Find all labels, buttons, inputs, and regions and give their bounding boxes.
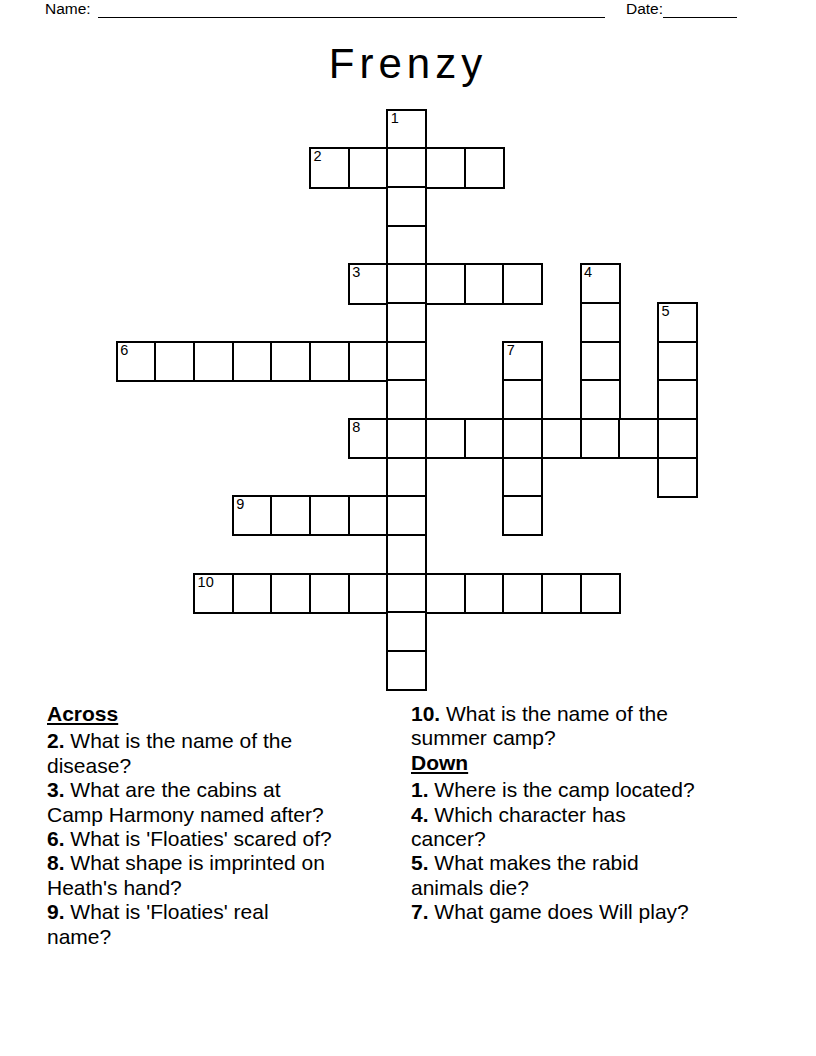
cell-r10c4[interactable] [270, 495, 311, 536]
cell-r1c8[interactable] [425, 147, 466, 188]
cell-r7c12[interactable] [580, 379, 621, 420]
across-clues-overflow: 10. What is the name of thesummer camp? [411, 702, 783, 751]
cell-r1c7[interactable] [386, 147, 427, 188]
cell-r12c5[interactable] [309, 573, 350, 614]
cell-r12c6[interactable] [348, 573, 389, 614]
clue-number-8: 8 [352, 420, 360, 435]
clue-across-10: 10. What is the name of thesummer camp? [411, 702, 783, 751]
cell-r4c12[interactable]: 4 [580, 263, 621, 304]
cell-r4c6[interactable]: 3 [348, 263, 389, 304]
cell-r12c10[interactable] [502, 573, 543, 614]
cell-r4c9[interactable] [464, 263, 505, 304]
name-fill-line[interactable] [98, 1, 605, 18]
cell-r4c10[interactable] [502, 263, 543, 304]
cell-r13c7[interactable] [386, 611, 427, 652]
cell-r10c6[interactable] [348, 495, 389, 536]
cell-r8c10[interactable] [502, 418, 543, 459]
cell-r10c7[interactable] [386, 495, 427, 536]
cell-r12c3[interactable] [232, 573, 273, 614]
cell-r1c6[interactable] [348, 147, 389, 188]
cell-r6c7[interactable] [386, 341, 427, 382]
clue-down-7: 7. What game does Will play? [411, 900, 783, 924]
cell-r7c7[interactable] [386, 379, 427, 420]
cell-r6c0[interactable]: 6 [116, 341, 157, 382]
cell-r2c7[interactable] [386, 186, 427, 227]
cell-r10c5[interactable] [309, 495, 350, 536]
cell-r8c13[interactable] [618, 418, 659, 459]
across-clues: 2. What is the name of thedisease?3. Wha… [47, 729, 405, 949]
clue-down-4: 4. Which character hascancer? [411, 803, 783, 852]
cell-r4c7[interactable] [386, 263, 427, 304]
clue-number-6: 6 [120, 343, 128, 358]
clue-across-3: 3. What are the cabins atCamp Harmony na… [47, 778, 405, 827]
clues-column-right: 10. What is the name of thesummer camp? … [411, 702, 783, 925]
cell-r7c14[interactable] [657, 379, 698, 420]
clue-number-10: 10 [198, 575, 214, 590]
cell-r8c11[interactable] [541, 418, 582, 459]
clue-number-9: 9 [236, 497, 244, 512]
cell-r6c12[interactable] [580, 341, 621, 382]
cell-r8c8[interactable] [425, 418, 466, 459]
clue-number-1: 1 [391, 111, 399, 126]
cell-r10c10[interactable] [502, 495, 543, 536]
cell-r6c10[interactable]: 7 [502, 341, 543, 382]
cell-r12c12[interactable] [580, 573, 621, 614]
cell-r9c7[interactable] [386, 457, 427, 498]
cell-r12c8[interactable] [425, 573, 466, 614]
cell-r12c7[interactable] [386, 573, 427, 614]
cell-r12c2[interactable]: 10 [193, 573, 234, 614]
cell-r9c10[interactable] [502, 457, 543, 498]
cell-r6c14[interactable] [657, 341, 698, 382]
cell-r6c6[interactable] [348, 341, 389, 382]
clues-column-left: Across 2. What is the name of thedisease… [47, 702, 405, 949]
cell-r10c3[interactable]: 9 [232, 495, 273, 536]
clue-number-7: 7 [507, 343, 515, 358]
cell-r6c1[interactable] [154, 341, 195, 382]
cell-r6c5[interactable] [309, 341, 350, 382]
cell-r5c12[interactable] [580, 302, 621, 343]
cell-r8c6[interactable]: 8 [348, 418, 389, 459]
down-heading: Down [411, 751, 783, 775]
clue-number-2: 2 [314, 149, 322, 164]
across-heading: Across [47, 702, 405, 726]
cell-r7c10[interactable] [502, 379, 543, 420]
cell-r14c7[interactable] [386, 650, 427, 691]
cell-r8c7[interactable] [386, 418, 427, 459]
cell-r4c8[interactable] [425, 263, 466, 304]
date-fill-line[interactable] [663, 1, 737, 18]
cell-r6c2[interactable] [193, 341, 234, 382]
clue-number-3: 3 [352, 265, 360, 280]
cell-r5c7[interactable] [386, 302, 427, 343]
cell-r9c14[interactable] [657, 457, 698, 498]
clue-across-9: 9. What is 'Floaties' realname? [47, 900, 405, 949]
cell-r5c14[interactable]: 5 [657, 302, 698, 343]
cell-r1c9[interactable] [464, 147, 505, 188]
clue-down-1: 1. Where is the camp located? [411, 778, 783, 802]
cell-r0c7[interactable]: 1 [386, 109, 427, 150]
cell-r11c7[interactable] [386, 534, 427, 575]
cell-r8c14[interactable] [657, 418, 698, 459]
crossword-grid: 12345678910 [116, 109, 699, 692]
puzzle-title: Frenzy [0, 40, 816, 88]
cell-r8c9[interactable] [464, 418, 505, 459]
cell-r8c12[interactable] [580, 418, 621, 459]
clue-across-2: 2. What is the name of thedisease? [47, 729, 405, 778]
clue-number-4: 4 [584, 265, 592, 280]
cell-r6c4[interactable] [270, 341, 311, 382]
cell-r6c3[interactable] [232, 341, 273, 382]
cell-r12c4[interactable] [270, 573, 311, 614]
clue-down-5: 5. What makes the rabidanimals die? [411, 851, 783, 900]
clue-across-8: 8. What shape is imprinted onHeath's han… [47, 851, 405, 900]
cell-r12c11[interactable] [541, 573, 582, 614]
down-clues: 1. Where is the camp located?4. Which ch… [411, 778, 783, 924]
clue-across-6: 6. What is 'Floaties' scared of? [47, 827, 405, 851]
date-label: Date: [626, 0, 663, 17]
cell-r12c9[interactable] [464, 573, 505, 614]
name-label: Name: [45, 0, 91, 17]
cell-r1c5[interactable]: 2 [309, 147, 350, 188]
worksheet-page: Name: Date: Frenzy 12345678910 Across 2.… [0, 0, 816, 1056]
cell-r3c7[interactable] [386, 225, 427, 266]
clue-number-5: 5 [661, 304, 669, 319]
